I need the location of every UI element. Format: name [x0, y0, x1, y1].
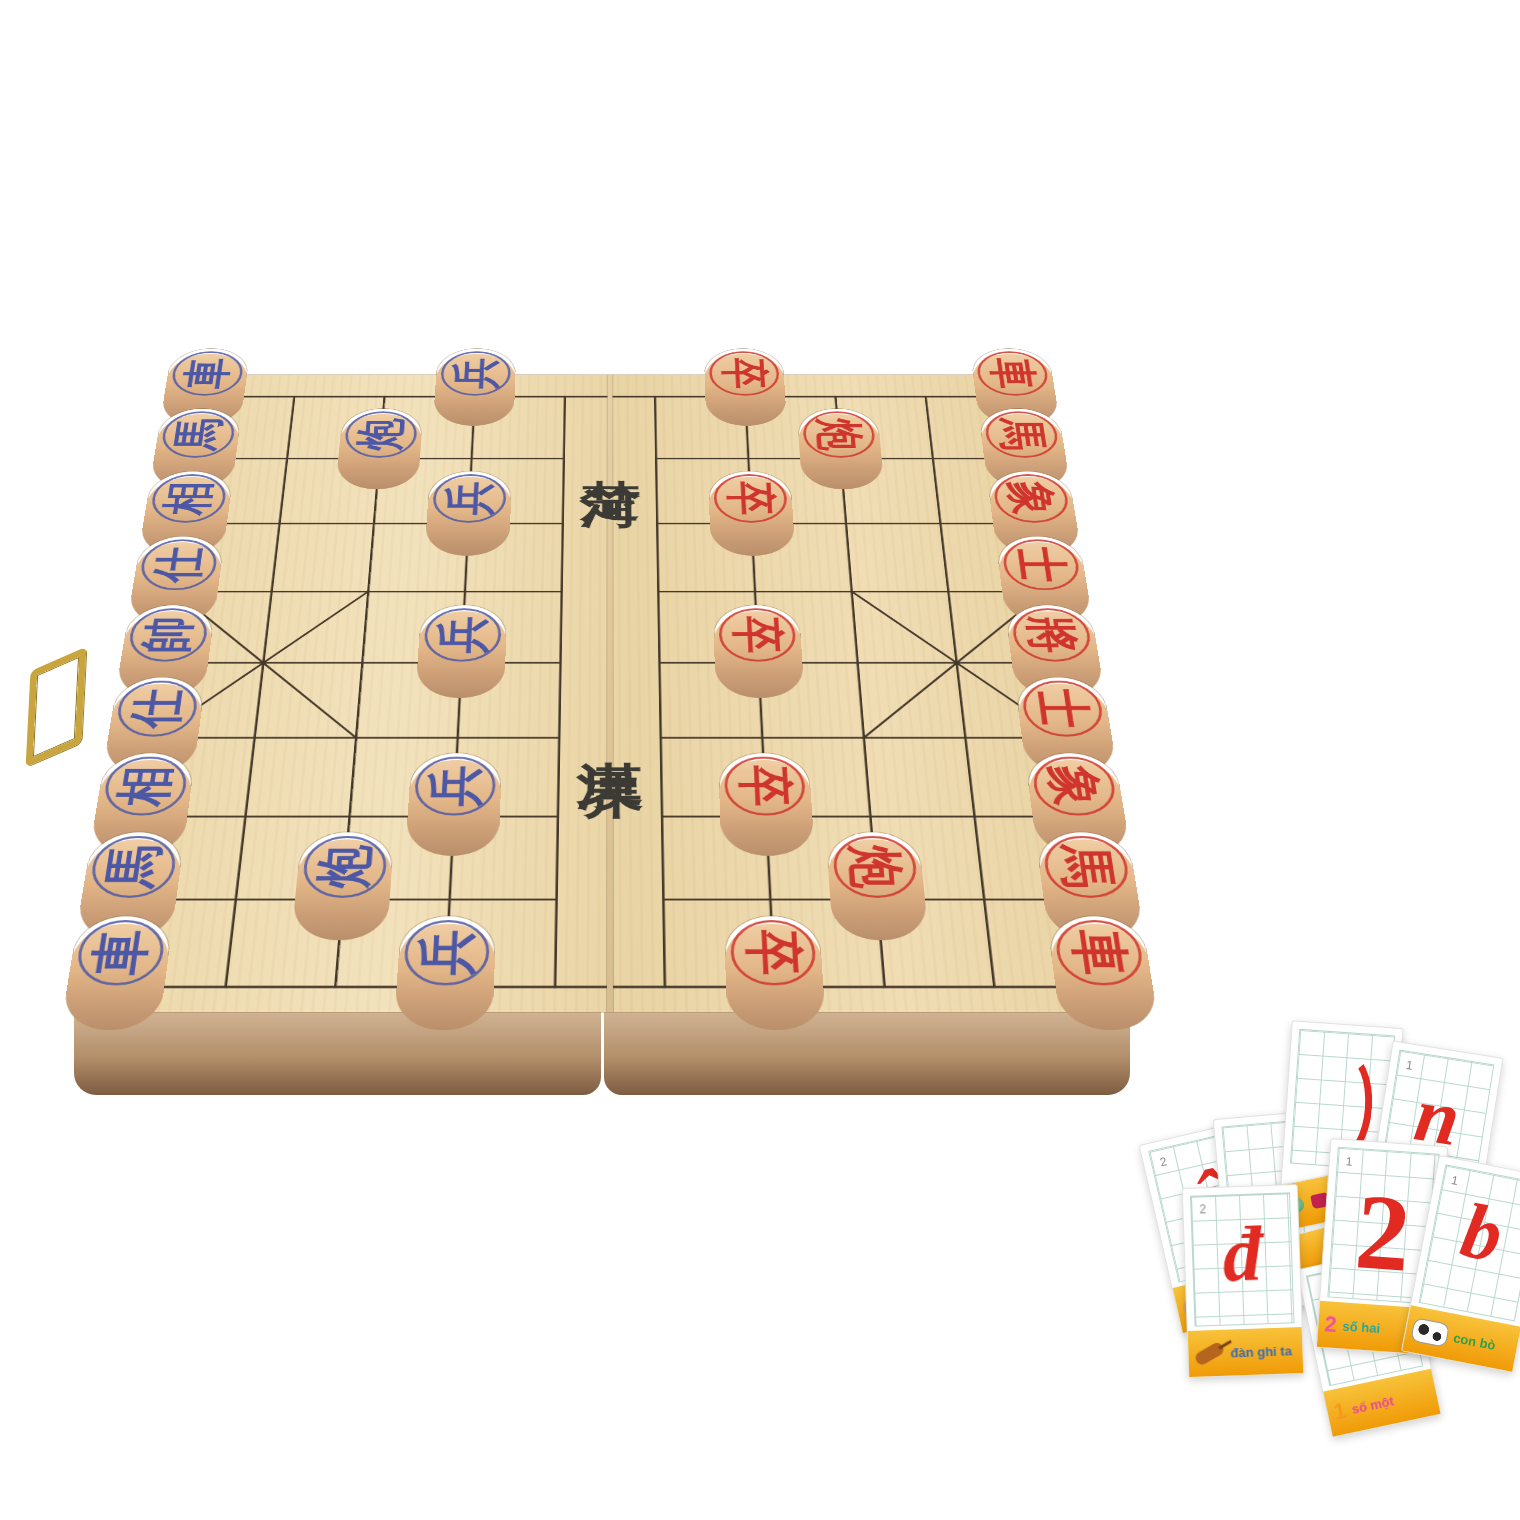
piece-character: 兵 [443, 481, 495, 515]
piece-red-horse[interactable]: 馬 [978, 409, 1065, 461]
piece-red-general[interactable]: 將 [1005, 605, 1099, 664]
piece-blue-soldier[interactable]: 兵 [427, 471, 511, 525]
stroke-hint: 2 [1159, 1154, 1169, 1169]
piece-character: 相 [161, 481, 217, 515]
number-two-image: 2 [1324, 1313, 1338, 1336]
piece-character: 仕 [150, 547, 207, 582]
piece-red-advisor[interactable]: 士 [1015, 677, 1112, 739]
piece-character: 兵 [426, 765, 484, 806]
piece-character: 車 [88, 930, 154, 976]
number-one-image: 1 [1332, 1400, 1349, 1424]
piece-blue-advisor[interactable]: 仕 [109, 677, 206, 739]
xiangqi-scene: 楚河 漢界 車兵卒車馬炮炮馬相兵卒象仕士帥兵卒將仕士相兵卒象馬炮炮馬車兵卒車 [50, 364, 1170, 1012]
piece-character: 相 [115, 765, 177, 806]
piece-character: 馬 [102, 845, 166, 888]
piece-red-horse[interactable]: 馬 [1036, 833, 1138, 902]
piece-red-soldier[interactable]: 卒 [704, 349, 784, 398]
river-label-han-jie: 漢界 [566, 723, 654, 744]
piece-character: 炮 [315, 845, 376, 888]
piece-character: 士 [1013, 547, 1070, 582]
piece-red-chariot[interactable]: 車 [1047, 916, 1152, 989]
card-letter: b [1456, 1191, 1509, 1275]
piece-character: 兵 [451, 358, 501, 389]
cow-image [1410, 1317, 1450, 1347]
flashcards-cluster: 2 ê 1 n 6 1 số một 2 đ [1145, 1018, 1520, 1418]
piece-character: 炮 [355, 418, 407, 450]
folding-seam [607, 375, 613, 1012]
piece-red-advisor[interactable]: 士 [996, 537, 1088, 594]
piece-character: 炮 [844, 845, 905, 888]
card-label: số hai [1342, 1318, 1381, 1336]
piece-blue-elephant[interactable]: 相 [144, 471, 233, 525]
board-case-side [74, 1005, 1130, 1095]
piece-character: 仕 [127, 689, 187, 728]
piece-character: 炮 [813, 418, 865, 450]
piece-blue-chariot[interactable]: 車 [68, 916, 173, 989]
xiangqi-board: 楚河 漢界 車兵卒車馬炮炮馬相兵卒象仕士帥兵卒將仕士相兵卒象馬炮炮馬車兵卒車 [80, 375, 1140, 1012]
flashcard-d-stroke[interactable]: 2 đ đàn ghi ta [1182, 1184, 1305, 1378]
card-letter: 2 [1352, 1177, 1413, 1289]
piece-character: 卒 [736, 765, 794, 806]
piece-blue-soldier[interactable]: 兵 [435, 349, 515, 398]
piece-blue-elephant[interactable]: 相 [96, 753, 195, 819]
case-left-half [74, 1005, 601, 1095]
card-label: đàn ghi ta [1230, 1343, 1292, 1360]
piece-character: 車 [986, 358, 1039, 389]
stroke-hint: 2 [1199, 1202, 1206, 1216]
piece-character: 馬 [1055, 845, 1119, 888]
card-letter: đ [1221, 1214, 1263, 1293]
piece-character: 馬 [994, 418, 1048, 450]
stroke-hint: 1 [1450, 1173, 1459, 1188]
piece-character: 車 [181, 358, 234, 389]
piece-character: 士 [1033, 689, 1093, 728]
card-label: con bò [1452, 1330, 1497, 1353]
product-photo: 楚河 漢界 車兵卒車馬炮炮馬相兵卒象仕士帥兵卒將仕士相兵卒象馬炮炮馬車兵卒車 2… [0, 0, 1520, 1520]
piece-character: 卒 [743, 930, 804, 976]
piece-red-elephant[interactable]: 象 [987, 471, 1076, 525]
piece-character: 兵 [416, 930, 477, 976]
piece-character: 兵 [435, 616, 490, 653]
piece-character: 帥 [139, 616, 198, 653]
piece-blue-chariot[interactable]: 車 [165, 349, 250, 398]
piece-character: 象 [1043, 765, 1105, 806]
piece-blue-advisor[interactable]: 仕 [133, 537, 225, 594]
piece-character: 卒 [724, 481, 776, 515]
piece-character: 將 [1022, 616, 1081, 653]
piece-blue-general[interactable]: 帥 [121, 605, 215, 664]
piece-blue-soldier[interactable]: 兵 [418, 605, 506, 664]
guitar-image [1193, 1340, 1225, 1366]
river-label-chu-he: 楚河 [570, 448, 650, 466]
piece-red-elephant[interactable]: 象 [1025, 753, 1124, 819]
case-right-half [604, 1005, 1131, 1095]
piece-character: 象 [1003, 481, 1059, 515]
piece-character: 卒 [719, 358, 769, 389]
piece-character: 車 [1066, 930, 1132, 976]
piece-character: 馬 [171, 418, 225, 450]
piece-character: 卒 [730, 616, 785, 653]
piece-blue-horse[interactable]: 馬 [82, 833, 184, 902]
card-label: số một [1350, 1393, 1395, 1417]
stroke-hint: 1 [1405, 1058, 1414, 1073]
stroke-hint: 1 [1345, 1154, 1353, 1168]
piece-blue-horse[interactable]: 馬 [155, 409, 242, 461]
piece-red-chariot[interactable]: 車 [970, 349, 1055, 398]
